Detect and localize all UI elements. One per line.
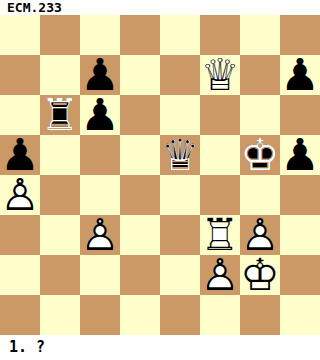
square-e5[interactable]: ♛♕ xyxy=(160,135,200,175)
square-c6[interactable]: ♟ xyxy=(80,95,120,135)
square-e7[interactable] xyxy=(160,55,200,95)
diagram-title: ECM.233 xyxy=(7,0,62,15)
piece-glyph-outline: ♔ xyxy=(240,255,280,295)
square-a7[interactable] xyxy=(0,55,40,95)
piece-glyph-fill: ♟ xyxy=(280,135,320,175)
piece-glyph-outline: ♙ xyxy=(0,175,40,215)
square-d6[interactable] xyxy=(120,95,160,135)
square-h4[interactable] xyxy=(280,175,320,215)
square-a4[interactable]: ♟♙ xyxy=(0,175,40,215)
piece-white-pawn: ♟♙ xyxy=(80,215,120,255)
square-h5[interactable]: ♟ xyxy=(280,135,320,175)
square-e3[interactable] xyxy=(160,215,200,255)
piece-glyph-fill: ♟ xyxy=(280,55,320,95)
square-a1[interactable] xyxy=(0,295,40,335)
square-b2[interactable] xyxy=(40,255,80,295)
square-b8[interactable] xyxy=(40,15,80,55)
piece-black-pawn: ♟ xyxy=(280,55,320,95)
square-e8[interactable] xyxy=(160,15,200,55)
square-d4[interactable] xyxy=(120,175,160,215)
piece-black-pawn: ♟ xyxy=(80,95,120,135)
square-c3[interactable]: ♟♙ xyxy=(80,215,120,255)
square-d7[interactable] xyxy=(120,55,160,95)
piece-glyph-outline: ♖ xyxy=(40,95,80,135)
square-g5[interactable]: ♚♔ xyxy=(240,135,280,175)
square-b1[interactable] xyxy=(40,295,80,335)
square-g2[interactable]: ♚♔ xyxy=(240,255,280,295)
piece-white-pawn: ♟♙ xyxy=(0,175,40,215)
square-f5[interactable] xyxy=(200,135,240,175)
piece-glyph-outline: ♙ xyxy=(80,215,120,255)
piece-white-queen: ♛♕ xyxy=(200,55,240,95)
square-a8[interactable] xyxy=(0,15,40,55)
chess-board: ♟♛♕♟♜♖♟♟♛♕♚♔♟♟♙♟♙♜♖♟♙♟♙♚♔ xyxy=(0,15,320,335)
square-e4[interactable] xyxy=(160,175,200,215)
piece-black-king: ♚♔ xyxy=(240,135,280,175)
square-g8[interactable] xyxy=(240,15,280,55)
square-f2[interactable]: ♟♙ xyxy=(200,255,240,295)
square-c1[interactable] xyxy=(80,295,120,335)
piece-black-pawn: ♟ xyxy=(280,135,320,175)
piece-glyph-outline: ♔ xyxy=(240,135,280,175)
piece-glyph-outline: ♙ xyxy=(200,255,240,295)
chess-diagram-page: ECM.233 ♟♛♕♟♜♖♟♟♛♕♚♔♟♟♙♟♙♜♖♟♙♟♙♚♔ 1. ? xyxy=(0,0,320,360)
square-d5[interactable] xyxy=(120,135,160,175)
square-e2[interactable] xyxy=(160,255,200,295)
move-prompt: 1. ? xyxy=(9,336,45,360)
square-g1[interactable] xyxy=(240,295,280,335)
square-b4[interactable] xyxy=(40,175,80,215)
square-h1[interactable] xyxy=(280,295,320,335)
square-h7[interactable]: ♟ xyxy=(280,55,320,95)
square-d3[interactable] xyxy=(120,215,160,255)
piece-white-pawn: ♟♙ xyxy=(200,255,240,295)
square-f1[interactable] xyxy=(200,295,240,335)
square-a2[interactable] xyxy=(0,255,40,295)
square-c2[interactable] xyxy=(80,255,120,295)
square-d1[interactable] xyxy=(120,295,160,335)
square-f6[interactable] xyxy=(200,95,240,135)
square-b5[interactable] xyxy=(40,135,80,175)
square-d2[interactable] xyxy=(120,255,160,295)
square-d8[interactable] xyxy=(120,15,160,55)
piece-black-queen: ♛♕ xyxy=(160,135,200,175)
piece-glyph-outline: ♕ xyxy=(160,135,200,175)
square-g7[interactable] xyxy=(240,55,280,95)
square-c5[interactable] xyxy=(80,135,120,175)
piece-glyph-outline: ♕ xyxy=(200,55,240,95)
piece-white-king: ♚♔ xyxy=(240,255,280,295)
piece-black-rook: ♜♖ xyxy=(40,95,80,135)
square-h2[interactable] xyxy=(280,255,320,295)
square-e1[interactable] xyxy=(160,295,200,335)
square-a3[interactable] xyxy=(0,215,40,255)
square-f7[interactable]: ♛♕ xyxy=(200,55,240,95)
square-b6[interactable]: ♜♖ xyxy=(40,95,80,135)
square-h3[interactable] xyxy=(280,215,320,255)
piece-glyph-fill: ♟ xyxy=(80,95,120,135)
square-b3[interactable] xyxy=(40,215,80,255)
